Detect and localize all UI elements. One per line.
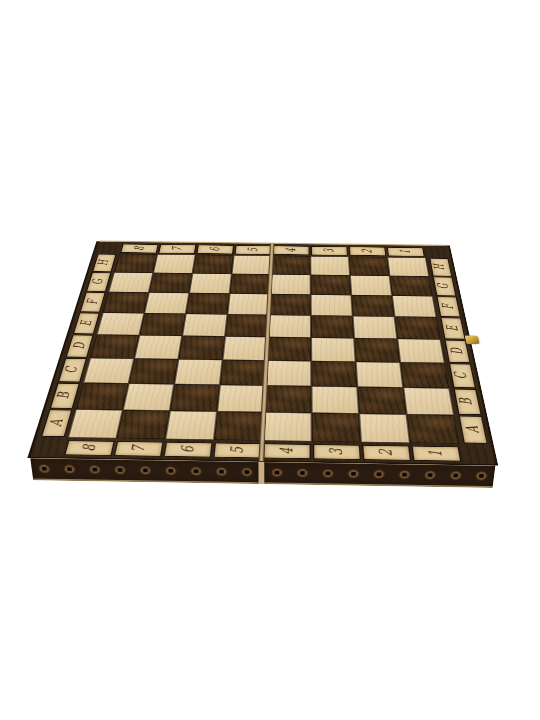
square-f3[interactable] <box>311 295 353 316</box>
square-g4[interactable] <box>270 274 311 294</box>
label-top-4-text: 4 <box>285 248 298 252</box>
front-face-left-half <box>30 457 258 484</box>
front-face-right-half <box>264 460 495 488</box>
label-right-G-text: G <box>436 283 451 289</box>
label-left-E-text: E <box>78 320 94 326</box>
square-h5[interactable] <box>232 255 272 274</box>
product-photo-scene: 8765432187654321HGFEDCBAHGFEDCBA <box>0 0 540 720</box>
square-h6[interactable] <box>192 255 233 274</box>
label-top-6: 6 <box>197 245 234 254</box>
label-top-3: 3 <box>311 246 348 255</box>
label-top-8: 8 <box>120 244 158 253</box>
square-f5[interactable] <box>227 294 270 315</box>
label-top-5-text: 5 <box>247 248 261 252</box>
square-h2[interactable] <box>349 257 390 276</box>
square-e1[interactable] <box>395 317 441 340</box>
label-top-1-text: 1 <box>399 249 413 253</box>
board: 8765432187654321HGFEDCBAHGFEDCBA <box>30 242 496 464</box>
label-left-G-text: G <box>91 279 106 285</box>
label-top-3-text: 3 <box>323 249 336 253</box>
square-f6[interactable] <box>186 293 230 314</box>
label-top-7: 7 <box>158 244 196 253</box>
square-e6[interactable] <box>182 314 227 337</box>
label-right-E-text: E <box>444 325 460 331</box>
square-e5[interactable] <box>225 314 269 337</box>
square-f2[interactable] <box>351 295 394 316</box>
label-top-5: 5 <box>235 245 272 254</box>
square-f1[interactable] <box>392 296 437 318</box>
square-e8[interactable] <box>97 313 145 336</box>
square-h4[interactable] <box>271 256 310 275</box>
square-f8[interactable] <box>103 292 149 313</box>
square-f4[interactable] <box>269 294 311 315</box>
square-g8[interactable] <box>109 272 154 292</box>
square-g1[interactable] <box>390 276 433 296</box>
square-g7[interactable] <box>149 273 193 293</box>
label-top-6-text: 6 <box>208 247 222 251</box>
square-g6[interactable] <box>189 273 232 293</box>
label-top-8-text: 8 <box>133 246 147 250</box>
square-e3[interactable] <box>311 315 354 338</box>
label-right-F: F <box>436 297 460 317</box>
square-g5[interactable] <box>230 274 271 294</box>
square-g3[interactable] <box>311 275 352 295</box>
label-right-F-text: F <box>440 304 455 309</box>
square-h1[interactable] <box>387 257 429 276</box>
label-top-7-text: 7 <box>170 247 184 251</box>
label-right-E: E <box>440 318 465 340</box>
square-e7[interactable] <box>139 313 185 336</box>
label-top-4: 4 <box>273 246 309 255</box>
square-f7[interactable] <box>144 292 189 313</box>
label-top-2-text: 2 <box>361 249 375 253</box>
square-h3[interactable] <box>310 256 350 275</box>
label-top-1: 1 <box>387 247 425 256</box>
square-e4[interactable] <box>268 315 311 338</box>
square-h8[interactable] <box>114 254 157 273</box>
square-h7[interactable] <box>153 254 195 273</box>
label-top-2: 2 <box>349 247 386 256</box>
square-e2[interactable] <box>353 316 398 339</box>
label-left-H-text: H <box>96 260 111 266</box>
label-right-H-text: H <box>433 264 448 270</box>
label-left-F-text: F <box>84 299 100 304</box>
label-right-H: H <box>429 258 452 276</box>
label-right-G: G <box>432 277 455 296</box>
brass-clasp <box>465 335 480 344</box>
square-g2[interactable] <box>350 275 392 295</box>
